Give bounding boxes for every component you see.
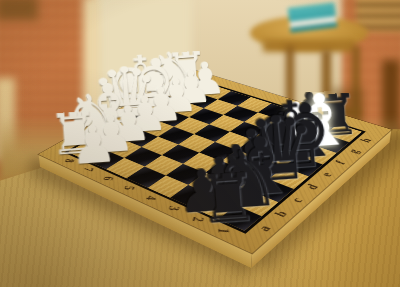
- chessboard: ♜♟♟♜♞♟♟♝♝♟♟♝♚♟♟♚♛♟♟♛♝♟♟♝♞♟♟♞♜♟♟♜ 8765432…: [39, 69, 392, 253]
- scene: ♜♟♟♜♞♟♟♝♝♟♟♝♚♟♟♚♛♟♟♛♝♟♟♝♞♟♟♞♜♟♟♜ 8765432…: [0, 0, 400, 287]
- white-pawn-a7[interactable]: ♟: [69, 123, 118, 168]
- board-grid: ♜♟♟♜♞♟♟♝♝♟♟♝♚♟♟♚♛♟♟♛♝♟♟♝♞♟♟♞♜♟♟♜: [68, 79, 361, 230]
- board-perspective: ♜♟♟♜♞♟♟♝♝♟♟♝♚♟♟♚♛♟♟♛♝♟♟♝♞♟♟♞♜♟♟♜ 8765432…: [0, 0, 400, 287]
- black-rook-a1[interactable]: ♜: [196, 170, 260, 228]
